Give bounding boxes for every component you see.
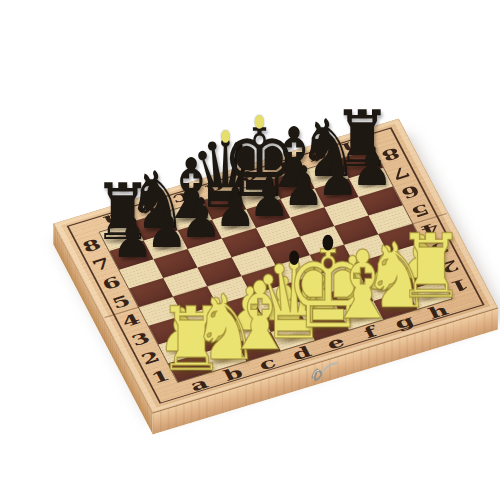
piece-glyph: ♟ [351,138,393,193]
piece-glyph: ♜ [397,222,464,310]
chess-set-photo: ♜♞♝♛♚♝♞♜♟♟♟♟♟♟♟♟♟♟♟♟♟♟♟♟♜♞♝♛♚♝♞♜ aabbccd… [0,0,500,500]
